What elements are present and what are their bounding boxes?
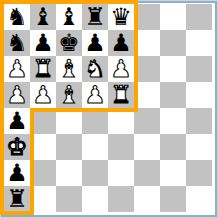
square-d3[interactable] bbox=[82, 134, 108, 160]
piece-black-knight[interactable]: ♞ bbox=[6, 30, 28, 56]
square-c6[interactable]: ♝ bbox=[56, 56, 82, 82]
piece-black-pawn[interactable]: ♟ bbox=[84, 30, 106, 56]
square-e6[interactable]: ♟ bbox=[108, 56, 134, 82]
piece-black-rook[interactable]: ♜ bbox=[6, 186, 28, 212]
square-h8[interactable] bbox=[186, 4, 212, 30]
square-f5[interactable] bbox=[134, 82, 160, 108]
square-a2[interactable]: ♟ bbox=[4, 160, 30, 186]
square-h1[interactable] bbox=[186, 186, 212, 212]
square-f1[interactable] bbox=[134, 186, 160, 212]
square-h5[interactable] bbox=[186, 82, 212, 108]
square-h6[interactable] bbox=[186, 56, 212, 82]
piece-black-pawn[interactable]: ♟ bbox=[110, 30, 132, 56]
square-g6[interactable] bbox=[160, 56, 186, 82]
square-e1[interactable] bbox=[108, 186, 134, 212]
piece-black-pawn[interactable]: ♟ bbox=[6, 108, 28, 134]
piece-white-pawn[interactable]: ♟ bbox=[110, 56, 132, 82]
square-c1[interactable] bbox=[56, 186, 82, 212]
piece-white-pawn[interactable]: ♟ bbox=[84, 82, 106, 108]
square-c2[interactable] bbox=[56, 160, 82, 186]
square-f8[interactable] bbox=[134, 4, 160, 30]
piece-white-bishop[interactable]: ♝ bbox=[58, 56, 80, 82]
piece-black-pawn[interactable]: ♟ bbox=[6, 160, 28, 186]
square-f3[interactable] bbox=[134, 134, 160, 160]
square-a4[interactable]: ♟ bbox=[4, 108, 30, 134]
square-a1[interactable]: ♜ bbox=[4, 186, 30, 212]
square-e3[interactable] bbox=[108, 134, 134, 160]
piece-white-knight[interactable]: ♞ bbox=[84, 56, 106, 82]
square-b4[interactable] bbox=[30, 108, 56, 134]
square-c5[interactable]: ♝ bbox=[56, 82, 82, 108]
square-d5[interactable]: ♟ bbox=[82, 82, 108, 108]
square-e5[interactable]: ♜ bbox=[108, 82, 134, 108]
square-d8[interactable]: ♜ bbox=[82, 4, 108, 30]
square-f4[interactable] bbox=[134, 108, 160, 134]
piece-white-rook[interactable]: ♜ bbox=[32, 56, 54, 82]
square-h7[interactable] bbox=[186, 30, 212, 56]
square-a5[interactable]: ♟ bbox=[4, 82, 30, 108]
piece-black-bishop[interactable]: ♝ bbox=[32, 4, 54, 30]
piece-white-king[interactable]: ♚ bbox=[6, 134, 28, 160]
piece-black-rook[interactable]: ♜ bbox=[84, 4, 106, 30]
square-a7[interactable]: ♞ bbox=[4, 30, 30, 56]
square-e7[interactable]: ♟ bbox=[108, 30, 134, 56]
square-e2[interactable] bbox=[108, 160, 134, 186]
piece-black-queen[interactable]: ♛ bbox=[110, 4, 132, 30]
piece-black-bishop[interactable]: ♝ bbox=[58, 4, 80, 30]
chess-window: ♞♝♝♜♛♞♟♚♟♟♟♜♝♞♟♟♟♝♟♜♟♚♟♜ bbox=[0, 0, 218, 218]
square-c4[interactable] bbox=[56, 108, 82, 134]
square-d1[interactable] bbox=[82, 186, 108, 212]
square-b7[interactable]: ♟ bbox=[30, 30, 56, 56]
square-h2[interactable] bbox=[186, 160, 212, 186]
square-h3[interactable] bbox=[186, 134, 212, 160]
square-c8[interactable]: ♝ bbox=[56, 4, 82, 30]
square-f2[interactable] bbox=[134, 160, 160, 186]
square-g3[interactable] bbox=[160, 134, 186, 160]
piece-white-pawn[interactable]: ♟ bbox=[6, 56, 28, 82]
square-g1[interactable] bbox=[160, 186, 186, 212]
square-b5[interactable]: ♟ bbox=[30, 82, 56, 108]
square-b8[interactable]: ♝ bbox=[30, 4, 56, 30]
piece-black-pawn[interactable]: ♟ bbox=[32, 30, 54, 56]
square-d7[interactable]: ♟ bbox=[82, 30, 108, 56]
square-b1[interactable] bbox=[30, 186, 56, 212]
square-a3[interactable]: ♚ bbox=[4, 134, 30, 160]
square-d4[interactable] bbox=[82, 108, 108, 134]
piece-white-pawn[interactable]: ♟ bbox=[32, 82, 54, 108]
chess-board: ♞♝♝♜♛♞♟♚♟♟♟♜♝♞♟♟♟♝♟♜♟♚♟♜ bbox=[4, 4, 212, 212]
piece-black-king[interactable]: ♚ bbox=[58, 30, 80, 56]
square-b2[interactable] bbox=[30, 160, 56, 186]
square-a8[interactable]: ♞ bbox=[4, 4, 30, 30]
square-b6[interactable]: ♜ bbox=[30, 56, 56, 82]
square-d6[interactable]: ♞ bbox=[82, 56, 108, 82]
piece-black-knight[interactable]: ♞ bbox=[6, 4, 28, 30]
square-g4[interactable] bbox=[160, 108, 186, 134]
square-h4[interactable] bbox=[186, 108, 212, 134]
piece-white-bishop[interactable]: ♝ bbox=[58, 82, 80, 108]
square-g2[interactable] bbox=[160, 160, 186, 186]
piece-white-pawn[interactable]: ♟ bbox=[6, 82, 28, 108]
square-b3[interactable] bbox=[30, 134, 56, 160]
square-g5[interactable] bbox=[160, 82, 186, 108]
square-g7[interactable] bbox=[160, 30, 186, 56]
square-e8[interactable]: ♛ bbox=[108, 4, 134, 30]
piece-white-rook[interactable]: ♜ bbox=[110, 82, 132, 108]
square-f6[interactable] bbox=[134, 56, 160, 82]
square-d2[interactable] bbox=[82, 160, 108, 186]
square-c3[interactable] bbox=[56, 134, 82, 160]
square-f7[interactable] bbox=[134, 30, 160, 56]
square-e4[interactable] bbox=[108, 108, 134, 134]
square-c7[interactable]: ♚ bbox=[56, 30, 82, 56]
square-a6[interactable]: ♟ bbox=[4, 56, 30, 82]
square-g8[interactable] bbox=[160, 4, 186, 30]
